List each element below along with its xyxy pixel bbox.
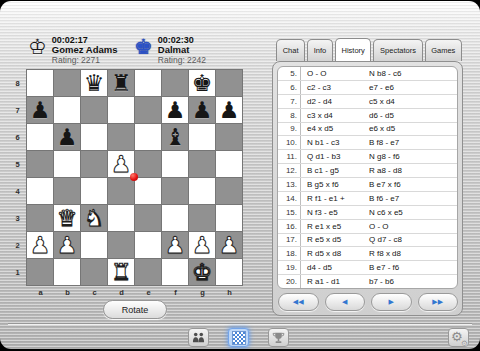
rank-label-7: 7 [12, 97, 23, 124]
white-move: d4 - d5 [301, 263, 367, 272]
move-number: 6. [278, 81, 301, 94]
move-row: 6.c2 - c3e7 - e6 [278, 81, 457, 95]
move-number: 7. [278, 95, 301, 108]
white-move: R f1 - e1 + [301, 194, 367, 203]
square-a1[interactable] [27, 259, 53, 285]
square-e1[interactable] [135, 259, 161, 285]
square-e8[interactable] [135, 70, 161, 96]
square-c1[interactable] [81, 259, 107, 285]
square-a3[interactable] [27, 205, 53, 231]
square-e4[interactable] [135, 178, 161, 204]
white-move: B g5 x f6 [301, 180, 367, 189]
square-h1[interactable] [216, 259, 242, 285]
square-d7[interactable] [108, 97, 134, 123]
tab-spectators[interactable]: Spectators [373, 39, 422, 61]
settings-button[interactable]: ⚙⚙ [448, 328, 469, 347]
square-e6[interactable] [135, 124, 161, 150]
rank-label-6: 6 [12, 124, 23, 151]
file-label-a: a [27, 288, 54, 297]
rank-label-8: 8 [12, 70, 23, 97]
black-pawn: ♟ [57, 124, 78, 150]
white-move: R a1 - d1 [301, 277, 367, 286]
black-pawn: ♟ [192, 97, 213, 123]
white-pawn: ♟ [165, 232, 186, 258]
white-move: c2 - c3 [301, 83, 367, 92]
black-pawn: ♟ [30, 97, 51, 123]
move-number: 20. [278, 275, 301, 288]
history-nav: ◀◀◀▶▶▶ [278, 293, 458, 311]
move-number: 10. [278, 136, 301, 149]
white-knight: ♞ [84, 205, 105, 231]
white-player-name: Gomez Adams [52, 45, 118, 55]
square-c3[interactable]: ♞ [81, 205, 107, 231]
black-move: c5 x d4 [367, 97, 457, 106]
app-window: ♔ 00:02:17 Gomez Adams Rating: 2271 ♚ 00… [0, 1, 480, 349]
white-move: N f3 - e5 [301, 208, 367, 217]
square-e5[interactable] [135, 151, 161, 177]
black-move: B f6 - e7 [367, 194, 457, 203]
square-g5[interactable] [189, 151, 215, 177]
move-row: 8.c3 x d4d6 - d5 [278, 109, 457, 123]
move-row: 18.R d5 x d8R f8 x d8 [278, 247, 457, 261]
trophy-icon [272, 332, 285, 344]
black-king: ♚ [192, 70, 213, 96]
black-move: d6 - d5 [367, 111, 457, 120]
white-move: R e1 x e5 [301, 222, 367, 231]
rank-label-3: 3 [12, 205, 23, 232]
square-a8[interactable] [27, 70, 53, 96]
black-move: N g8 - f6 [367, 152, 457, 161]
move-number: 16. [278, 220, 301, 233]
white-king: ♚ [192, 259, 213, 285]
square-b6[interactable]: ♟ [54, 124, 80, 150]
move-number: 5. [278, 67, 301, 80]
move-number: 8. [278, 109, 301, 122]
square-h5[interactable] [216, 151, 242, 177]
white-move: B c1 - g5 [301, 166, 367, 175]
move-row: 20.R a1 - d1b7 - b6 [278, 275, 457, 288]
move-number: 9. [278, 123, 301, 136]
black-player-name: Dalmat [158, 45, 206, 55]
black-queen: ♛ [84, 70, 105, 96]
square-c2[interactable] [81, 232, 107, 258]
square-d4[interactable] [108, 178, 134, 204]
square-g2[interactable]: ♟ [189, 232, 215, 258]
rank-label-5: 5 [12, 151, 23, 178]
square-d1[interactable]: ♜ [108, 259, 134, 285]
blue-king-icon: ♚ [134, 34, 153, 60]
square-a7[interactable]: ♟ [27, 97, 53, 123]
black-player-rating: Rating: 2242 [158, 55, 206, 65]
white-pawn: ♟ [30, 232, 51, 258]
square-h4[interactable] [216, 178, 242, 204]
gears-icon: ⚙⚙ [451, 330, 466, 345]
square-d5[interactable]: ♟ [108, 151, 134, 177]
black-pawn: ♟ [219, 97, 240, 123]
square-g3[interactable] [189, 205, 215, 231]
square-f6[interactable]: ♝ [162, 124, 188, 150]
square-f8[interactable] [162, 70, 188, 96]
move-row: 19.d4 - d5B e7 - f6 [278, 261, 457, 275]
player-white: ♔ 00:02:17 Gomez Adams Rating: 2271 [28, 34, 117, 65]
square-a2[interactable]: ♟ [27, 232, 53, 258]
move-number: 11. [278, 150, 301, 163]
white-move: R d5 x d8 [301, 249, 367, 258]
square-d8[interactable]: ♜ [108, 70, 134, 96]
square-h7[interactable]: ♟ [216, 97, 242, 123]
black-move: Q d7 - c8 [367, 235, 457, 244]
white-move: d2 - d4 [301, 97, 367, 106]
rank-label-2: 2 [12, 232, 23, 259]
file-label-b: b [54, 288, 81, 297]
square-c4[interactable] [81, 178, 107, 204]
black-move: N b8 - c6 [367, 69, 457, 78]
square-f2[interactable]: ♟ [162, 232, 188, 258]
nav-last-button[interactable]: ▶▶ [418, 293, 459, 311]
white-move: N b1 - c3 [301, 138, 367, 147]
tab-info[interactable]: Info [307, 39, 333, 61]
black-pawn: ♟ [165, 97, 186, 123]
square-c7[interactable] [81, 97, 107, 123]
move-number: 12. [278, 164, 301, 177]
move-row: 13.B g5 x f6B e7 x f6 [278, 178, 457, 192]
white-pawn: ♟ [111, 151, 132, 177]
people-icon [192, 332, 205, 343]
white-rook: ♜ [111, 259, 132, 285]
square-e3[interactable] [135, 205, 161, 231]
file-label-g: g [189, 288, 216, 297]
move-row: 12.B c1 - g5R a8 - d8 [278, 164, 457, 178]
square-d3[interactable] [108, 205, 134, 231]
rotate-button[interactable]: Rotate [103, 300, 167, 319]
chessboard-icon [232, 331, 246, 345]
rank-label-4: 4 [12, 178, 23, 205]
square-b8[interactable] [54, 70, 80, 96]
move-row: 10.N b1 - c3B f8 - e7 [278, 136, 457, 150]
white-pawn: ♟ [192, 232, 213, 258]
black-move: B f8 - e7 [367, 138, 457, 147]
black-move: O - O [367, 222, 457, 231]
board-view-button[interactable] [228, 328, 249, 347]
toolbar-divider [8, 323, 472, 324]
square-g4[interactable] [189, 178, 215, 204]
square-e2[interactable] [135, 232, 161, 258]
square-b4[interactable] [54, 178, 80, 204]
black-rook: ♜ [111, 70, 132, 96]
file-label-f: f [162, 288, 189, 297]
white-move: e4 x d5 [301, 124, 367, 133]
white-move: c3 x d4 [301, 111, 367, 120]
black-move: N c6 x e5 [367, 208, 457, 217]
move-row: 7.d2 - d4c5 x d4 [278, 95, 457, 109]
move-row: 16.R e1 x e5O - O [278, 220, 457, 234]
tab-bar: ChatInfoHistorySpectatorsGames [276, 39, 462, 61]
square-a6[interactable] [27, 124, 53, 150]
square-b1[interactable] [54, 259, 80, 285]
square-f3[interactable] [162, 205, 188, 231]
white-pawn: ♟ [219, 232, 240, 258]
move-number: 17. [278, 234, 301, 247]
tournament-button[interactable] [268, 328, 289, 347]
white-move: R e5 x d5 [301, 235, 367, 244]
square-a4[interactable] [27, 178, 53, 204]
move-row: 15.N f3 - e5N c6 x e5 [278, 206, 457, 220]
black-move: e7 - e6 [367, 83, 457, 92]
move-row: 11.Q d1 - b3N g8 - f6 [278, 150, 457, 164]
history-panel: 5.O - ON b8 - c66.c2 - c3e7 - e67.d2 - d… [272, 61, 463, 316]
players-button[interactable] [188, 328, 209, 347]
square-c8[interactable]: ♛ [81, 70, 107, 96]
file-label-h: h [216, 288, 243, 297]
nav-first-button[interactable]: ◀◀ [278, 293, 319, 311]
move-row: 9.e4 x d5e6 x d5 [278, 123, 457, 137]
tab-history[interactable]: History [335, 38, 372, 61]
tab-games[interactable]: Games [425, 39, 462, 61]
square-g8[interactable]: ♚ [189, 70, 215, 96]
square-b7[interactable] [54, 97, 80, 123]
file-label-c: c [81, 288, 108, 297]
rank-label-1: 1 [12, 259, 23, 286]
black-move: B e7 - f6 [367, 263, 457, 272]
white-king-icon: ♔ [28, 34, 47, 60]
square-h2[interactable]: ♟ [216, 232, 242, 258]
file-labels: abcdefgh [27, 288, 243, 297]
square-g7[interactable]: ♟ [189, 97, 215, 123]
player-black: ♚ 00:02:30 Dalmat Rating: 2242 [134, 34, 206, 65]
nav-prev-button[interactable]: ◀ [325, 293, 366, 311]
move-row: 17.R e5 x d5Q d7 - c8 [278, 234, 457, 248]
square-f1[interactable] [162, 259, 188, 285]
move-number: 18. [278, 247, 301, 260]
white-move: O - O [301, 69, 367, 78]
black-move: B e7 x f6 [367, 180, 457, 189]
move-number: 19. [278, 261, 301, 274]
chess-board: ♛♜♚♟♟♟♟♟♝♟♛♞♟♟♟♟♟♜♚ [26, 69, 243, 286]
square-f4[interactable] [162, 178, 188, 204]
square-g6[interactable] [189, 124, 215, 150]
square-b5[interactable] [54, 151, 80, 177]
tab-chat[interactable]: Chat [276, 39, 305, 61]
white-pawn: ♟ [57, 232, 78, 258]
square-e7[interactable] [135, 97, 161, 123]
black-move: b7 - b6 [367, 277, 457, 286]
square-h6[interactable] [216, 124, 242, 150]
white-player-rating: Rating: 2271 [52, 55, 118, 65]
square-c5[interactable] [81, 151, 107, 177]
file-label-e: e [135, 288, 162, 297]
rank-labels: 87654321 [12, 70, 23, 286]
file-label-d: d [108, 288, 135, 297]
move-row: 14.R f1 - e1 +B f6 - e7 [278, 192, 457, 206]
nav-next-button[interactable]: ▶ [371, 293, 412, 311]
square-a5[interactable] [27, 151, 53, 177]
black-move: R f8 x d8 [367, 249, 457, 258]
square-h8[interactable] [216, 70, 242, 96]
move-number: 14. [278, 192, 301, 205]
square-f5[interactable] [162, 151, 188, 177]
move-number: 13. [278, 178, 301, 191]
square-h3[interactable] [216, 205, 242, 231]
move-list: 5.O - ON b8 - c66.c2 - c3e7 - e67.d2 - d… [277, 66, 458, 289]
last-move-marker [130, 173, 138, 181]
square-c6[interactable] [81, 124, 107, 150]
white-move: Q d1 - b3 [301, 152, 367, 161]
black-bishop: ♝ [165, 124, 186, 150]
square-g1[interactable]: ♚ [189, 259, 215, 285]
square-d2[interactable] [108, 232, 134, 258]
black-move: e6 x d5 [367, 124, 457, 133]
square-f7[interactable]: ♟ [162, 97, 188, 123]
square-d6[interactable] [108, 124, 134, 150]
square-b3[interactable]: ♛ [54, 205, 80, 231]
square-b2[interactable]: ♟ [54, 232, 80, 258]
black-move: R a8 - d8 [367, 166, 457, 175]
move-row: 5.O - ON b8 - c6 [278, 67, 457, 81]
white-queen: ♛ [57, 205, 78, 231]
move-number: 15. [278, 206, 301, 219]
